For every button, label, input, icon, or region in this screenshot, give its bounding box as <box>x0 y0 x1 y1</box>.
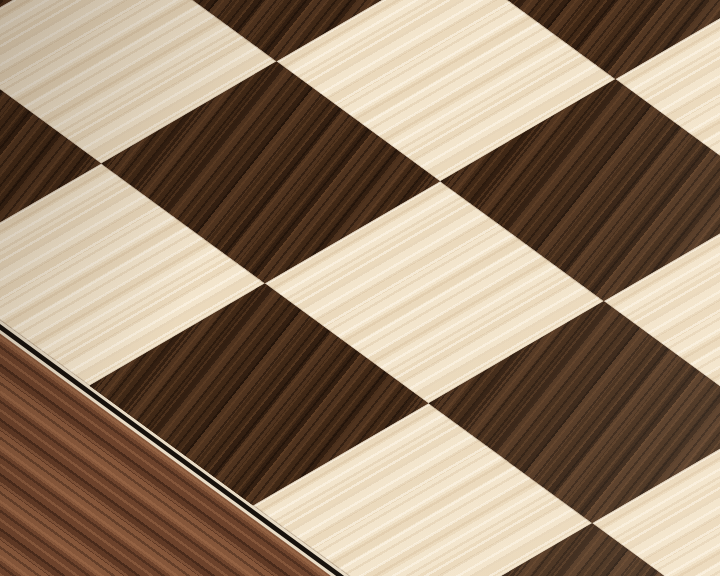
chessboard-photo <box>0 0 720 576</box>
chess-board <box>0 0 720 576</box>
